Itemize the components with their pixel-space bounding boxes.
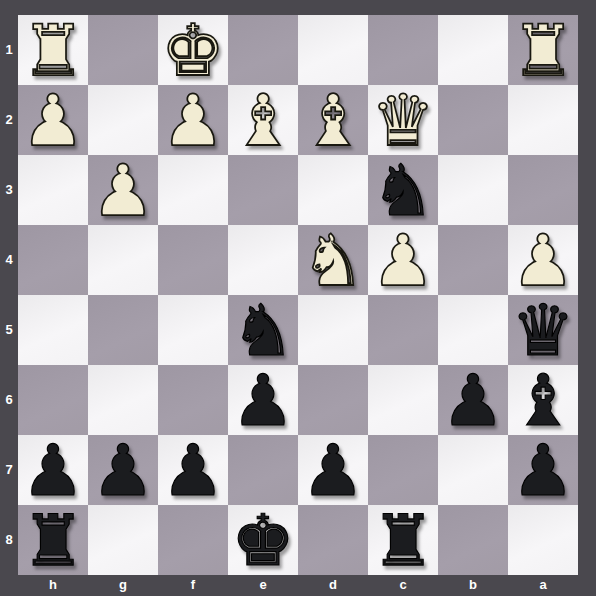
square-g6[interactable] <box>88 365 158 435</box>
square-d7[interactable]: ♟ <box>298 435 368 505</box>
square-h8[interactable]: ♜ <box>18 505 88 575</box>
square-a3[interactable] <box>508 155 578 225</box>
square-h3[interactable] <box>18 155 88 225</box>
piece-black-rook: ♜ <box>362 499 445 582</box>
chess-board: ♜♚♜♟♟♝♝♛♟♞♞♟♟♞♛♟♟♝♟♟♟♟♟♜♚♜ <box>18 15 578 575</box>
square-c3[interactable]: ♞ <box>368 155 438 225</box>
square-f4[interactable] <box>158 225 228 295</box>
square-g1[interactable] <box>88 15 158 85</box>
square-b7[interactable] <box>438 435 508 505</box>
square-e5[interactable]: ♞ <box>228 295 298 365</box>
square-a4[interactable]: ♟ <box>508 225 578 295</box>
square-g2[interactable] <box>88 85 158 155</box>
square-h4[interactable] <box>18 225 88 295</box>
square-f6[interactable] <box>158 365 228 435</box>
square-e7[interactable] <box>228 435 298 505</box>
square-g3[interactable]: ♟ <box>88 155 158 225</box>
square-a6[interactable]: ♝ <box>508 365 578 435</box>
square-b3[interactable] <box>438 155 508 225</box>
square-d1[interactable] <box>298 15 368 85</box>
square-c4[interactable]: ♟ <box>368 225 438 295</box>
square-b8[interactable] <box>438 505 508 575</box>
square-e1[interactable] <box>228 15 298 85</box>
file-label-f: f <box>158 575 228 596</box>
piece-white-pawn: ♟ <box>82 149 165 232</box>
square-b5[interactable] <box>438 295 508 365</box>
square-g8[interactable] <box>88 505 158 575</box>
square-c1[interactable] <box>368 15 438 85</box>
file-label-a: a <box>508 575 578 596</box>
rank-label-6: 6 <box>0 365 18 435</box>
square-b6[interactable]: ♟ <box>438 365 508 435</box>
square-a2[interactable] <box>508 85 578 155</box>
piece-black-pawn: ♟ <box>502 429 585 512</box>
piece-white-rook: ♜ <box>502 9 585 92</box>
square-f8[interactable] <box>158 505 228 575</box>
square-b1[interactable] <box>438 15 508 85</box>
square-e4[interactable] <box>228 225 298 295</box>
square-g5[interactable] <box>88 295 158 365</box>
square-c5[interactable] <box>368 295 438 365</box>
square-e8[interactable]: ♚ <box>228 505 298 575</box>
piece-black-rook: ♜ <box>12 499 95 582</box>
square-h5[interactable] <box>18 295 88 365</box>
square-e6[interactable]: ♟ <box>228 365 298 435</box>
rank-label-3: 3 <box>0 155 18 225</box>
square-b4[interactable] <box>438 225 508 295</box>
file-label-b: b <box>438 575 508 596</box>
square-h1[interactable]: ♜ <box>18 15 88 85</box>
file-label-e: e <box>228 575 298 596</box>
file-label-d: d <box>298 575 368 596</box>
piece-black-king: ♚ <box>222 499 305 582</box>
square-a8[interactable] <box>508 505 578 575</box>
square-f1[interactable]: ♚ <box>158 15 228 85</box>
square-h6[interactable] <box>18 365 88 435</box>
square-c8[interactable]: ♜ <box>368 505 438 575</box>
square-d2[interactable]: ♝ <box>298 85 368 155</box>
square-f5[interactable] <box>158 295 228 365</box>
square-a7[interactable]: ♟ <box>508 435 578 505</box>
rank-label-4: 4 <box>0 225 18 295</box>
file-label-c: c <box>368 575 438 596</box>
file-label-h: h <box>18 575 88 596</box>
square-h7[interactable]: ♟ <box>18 435 88 505</box>
square-a5[interactable]: ♛ <box>508 295 578 365</box>
square-f3[interactable] <box>158 155 228 225</box>
file-label-g: g <box>88 575 158 596</box>
square-d4[interactable]: ♞ <box>298 225 368 295</box>
square-f7[interactable]: ♟ <box>158 435 228 505</box>
square-d6[interactable] <box>298 365 368 435</box>
square-f2[interactable]: ♟ <box>158 85 228 155</box>
square-g7[interactable]: ♟ <box>88 435 158 505</box>
square-h2[interactable]: ♟ <box>18 85 88 155</box>
square-d3[interactable] <box>298 155 368 225</box>
piece-white-pawn: ♟ <box>362 219 445 302</box>
square-a1[interactable]: ♜ <box>508 15 578 85</box>
square-e2[interactable]: ♝ <box>228 85 298 155</box>
square-e3[interactable] <box>228 155 298 225</box>
rank-label-5: 5 <box>0 295 18 365</box>
square-b2[interactable] <box>438 85 508 155</box>
square-c7[interactable] <box>368 435 438 505</box>
file-labels: hgfedcba <box>18 575 578 596</box>
square-c2[interactable]: ♛ <box>368 85 438 155</box>
square-d8[interactable] <box>298 505 368 575</box>
chess-board-frame: 12345678 ♜♚♜♟♟♝♝♛♟♞♞♟♟♞♛♟♟♝♟♟♟♟♟♜♚♜ hgfe… <box>0 0 596 596</box>
square-g4[interactable] <box>88 225 158 295</box>
square-c6[interactable] <box>368 365 438 435</box>
square-d5[interactable] <box>298 295 368 365</box>
